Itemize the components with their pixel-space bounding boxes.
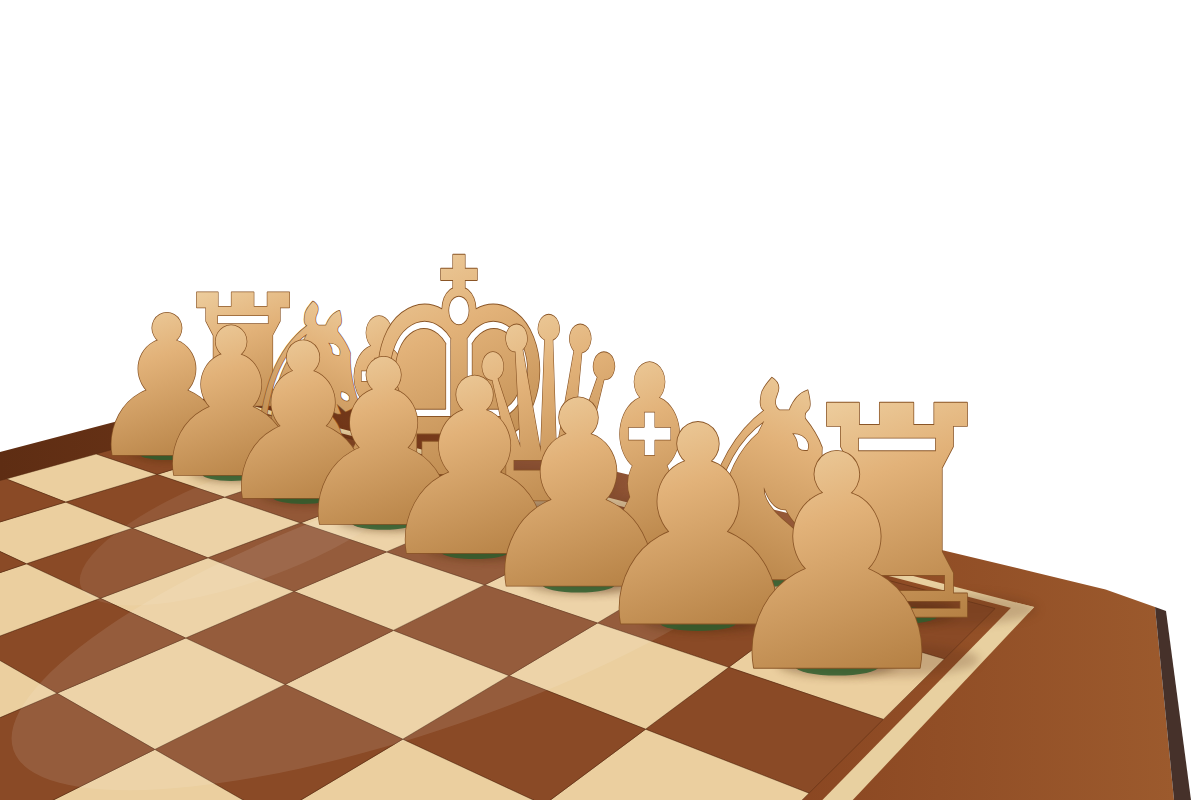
chess-board-scene: ♜♞♟♝♟♚♟♛♟♝♟♞♟♜♟♟ <box>0 0 1200 800</box>
piece-white-pawn-a2: ♟ <box>711 392 980 738</box>
piece-glyph-pawn: ♟ <box>711 392 964 738</box>
chess-set-product-photo: ♜♞♟♝♟♚♟♛♟♝♟♞♟♜♟♟ <box>0 0 1200 800</box>
